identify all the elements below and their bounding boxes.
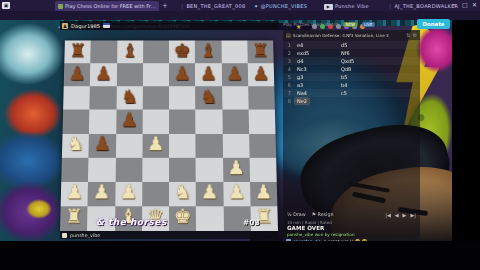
- square-c5[interactable]: ♟: [116, 110, 143, 134]
- square-e6[interactable]: [169, 86, 195, 109]
- square-h2[interactable]: ♟: [250, 182, 278, 207]
- square-c6[interactable]: ♞: [116, 86, 143, 109]
- black-move[interactable]: c5: [339, 90, 383, 96]
- overlay-twitter-handle: ✦ @PUNCHE_VIBES: [254, 2, 307, 10]
- book-icon: ▤: [286, 32, 291, 38]
- white-knight-e2[interactable]: ♞: [174, 182, 192, 201]
- move-list[interactable]: 1e4d52exd5Nf63d4Qxd54Nc3Qd85g3b56a3b47Na…: [283, 40, 420, 106]
- white-move[interactable]: Na4: [295, 90, 339, 96]
- square-d4[interactable]: ♟: [142, 134, 169, 158]
- white-move[interactable]: Nc3: [295, 66, 339, 72]
- square-b8[interactable]: [90, 40, 116, 63]
- move-number: 5: [283, 74, 295, 80]
- youtube-play-icon: ▶: [324, 4, 333, 10]
- opponent-name: Dagur1985: [71, 23, 100, 29]
- white-rook-a1[interactable]: ♜: [65, 207, 83, 227]
- twitter-bird-icon: ✦: [254, 3, 259, 9]
- square-g8[interactable]: [221, 40, 247, 63]
- white-pawn-g2[interactable]: ♟: [227, 182, 245, 201]
- square-d8[interactable]: [143, 40, 169, 63]
- black-move[interactable]: Qd8: [339, 66, 383, 72]
- resign-button[interactable]: ⚑ Resign: [312, 212, 334, 217]
- square-b5[interactable]: [89, 110, 116, 134]
- move-number: 8: [283, 98, 295, 104]
- square-a7[interactable]: ♟: [64, 63, 91, 86]
- square-b3[interactable]: [88, 157, 115, 181]
- white-pawn-f2[interactable]: ♟: [201, 182, 219, 201]
- square-c2[interactable]: ♟: [115, 182, 142, 207]
- white-pawn-a2[interactable]: ♟: [65, 182, 83, 201]
- black-pawn-b7[interactable]: ♟: [95, 64, 113, 82]
- white-move[interactable]: g3: [295, 74, 339, 80]
- move-number: 2: [283, 50, 295, 56]
- move-number: 4: [283, 66, 295, 72]
- square-c4[interactable]: [115, 134, 142, 158]
- square-f4[interactable]: [196, 134, 223, 158]
- square-b6[interactable]: [90, 86, 117, 109]
- playback-button[interactable]: ▶: [403, 212, 407, 218]
- browser-tab[interactable]: Play Chess Online for FREE with Frie...: [55, 1, 159, 11]
- opponent-avatar: ♟: [62, 23, 68, 29]
- white-pawn-h2[interactable]: ♟: [254, 182, 272, 201]
- square-f8[interactable]: ♝: [195, 40, 221, 63]
- chesscom-favicon: [58, 4, 63, 9]
- move-number: 3: [283, 58, 295, 64]
- square-g2[interactable]: ♟: [223, 182, 250, 207]
- black-pawn-f7[interactable]: ♟: [200, 64, 217, 82]
- black-move[interactable]: Nf6: [339, 50, 383, 56]
- square-a5[interactable]: [63, 110, 90, 134]
- black-king-e8[interactable]: ♚: [173, 41, 190, 59]
- move-row-6[interactable]: 6a3b4: [283, 81, 420, 89]
- own-player-bar: punshe_vibe: [60, 231, 278, 239]
- white-pawn-b2[interactable]: ♟: [92, 182, 110, 201]
- playback-button[interactable]: ▶|: [410, 212, 416, 218]
- square-d2[interactable]: [142, 182, 169, 207]
- move-row-5[interactable]: 5g3b5: [283, 73, 420, 81]
- playback-controls[interactable]: |◀◀▶▶|: [385, 212, 416, 218]
- browser-address-bar: ← → ↻ ● www.chess.com/game/live/41023987…: [0, 11, 480, 20]
- black-rook-h8[interactable]: ♜: [252, 41, 270, 59]
- square-h6[interactable]: [248, 86, 275, 109]
- square-h8[interactable]: ♜: [247, 40, 274, 63]
- white-pawn-c2[interactable]: ♟: [120, 182, 138, 201]
- move-row-7[interactable]: 7Na4c5: [283, 89, 420, 97]
- gear-icon[interactable]: ⚙: [413, 32, 417, 38]
- game-over-label: GAME OVER: [287, 225, 324, 231]
- square-c8[interactable]: ♝: [117, 40, 143, 63]
- new-badge: NEW: [343, 22, 356, 27]
- square-g4[interactable]: [222, 134, 249, 158]
- square-h7[interactable]: ♟: [248, 63, 275, 86]
- black-bishop-f8[interactable]: ♝: [199, 41, 216, 59]
- flip-board-icon[interactable]: ⇅: [406, 32, 410, 38]
- square-d7[interactable]: [143, 63, 169, 86]
- overlay-streamer-left: ❘ BEN_THE_GREAT_008: [180, 2, 245, 10]
- square-a4[interactable]: ♞: [62, 134, 89, 158]
- square-d6[interactable]: [143, 86, 169, 109]
- screen-black-strip: [452, 19, 480, 241]
- live-badge: LIVE: [362, 22, 375, 27]
- playback-button[interactable]: |◀: [385, 212, 391, 218]
- square-e2[interactable]: ♞: [169, 182, 196, 207]
- square-g5[interactable]: [222, 110, 249, 134]
- white-move[interactable]: Ne2: [295, 98, 339, 104]
- black-knight-f6[interactable]: ♞: [200, 87, 218, 106]
- own-avatar: [62, 233, 67, 238]
- square-d3[interactable]: [142, 157, 169, 181]
- obs-source-icon: ▣: [2, 2, 10, 9]
- square-f1[interactable]: [196, 206, 223, 231]
- taskbar: [0, 241, 480, 270]
- opening-header: ▤ Scandinavian Defense: 4.Nf3 Variation,…: [283, 30, 420, 40]
- square-h5[interactable]: [248, 110, 275, 134]
- square-e5[interactable]: [169, 110, 196, 134]
- move-row-2[interactable]: 2exd5Nf6: [283, 49, 420, 57]
- square-a3[interactable]: [61, 157, 88, 181]
- white-move[interactable]: d4: [295, 58, 339, 64]
- black-bishop-c8[interactable]: ♝: [121, 41, 138, 59]
- minimize-button[interactable]: ─: [452, 1, 456, 9]
- tab-title: Play Chess Online for FREE with Frie...: [65, 1, 156, 11]
- black-pawn-h7[interactable]: ♟: [252, 64, 270, 82]
- move-row-1[interactable]: 1e4d5: [283, 41, 420, 49]
- close-button[interactable]: ✕: [472, 1, 477, 9]
- white-pawn-g3[interactable]: ♟: [227, 158, 245, 177]
- move-row-8[interactable]: 8Ne2: [283, 97, 420, 105]
- move-number: 1: [283, 42, 295, 48]
- square-b7[interactable]: ♟: [90, 63, 117, 86]
- opponent-flag-icon: [103, 23, 110, 28]
- opponent-player-bar: ♟ Dagur1985: [60, 21, 278, 30]
- browser-tab-strip: ▣ Play Chess Online for FREE with Frie..…: [0, 0, 480, 11]
- black-knight-c6[interactable]: ♞: [121, 87, 139, 106]
- black-pawn-c5[interactable]: ♟: [120, 110, 138, 129]
- square-f7[interactable]: ♟: [195, 63, 221, 86]
- maximize-button[interactable]: □: [462, 1, 468, 9]
- square-g3[interactable]: ♟: [223, 157, 250, 181]
- square-h3[interactable]: [249, 157, 276, 181]
- black-rook-a8[interactable]: ♜: [69, 41, 87, 59]
- game-sidebar: ▤ Scandinavian Defense: 4.Nf3 Variation,…: [283, 30, 420, 243]
- square-f6[interactable]: ♞: [195, 86, 222, 109]
- new-tab-button[interactable]: +: [162, 2, 168, 10]
- square-g7[interactable]: ♟: [221, 63, 248, 86]
- black-move[interactable]: Qxd5: [339, 58, 383, 64]
- square-e7[interactable]: ♟: [169, 63, 195, 86]
- stream-caption: & the horses: [96, 217, 167, 227]
- move-row-3[interactable]: 3d4Qxd5: [283, 57, 420, 65]
- graffiti-white-splash: [0, 23, 64, 85]
- black-pawn-g7[interactable]: ♟: [226, 64, 244, 82]
- square-f2[interactable]: ♟: [196, 182, 223, 207]
- nav-items[interactable]: Play Puzzles Learn Watch: [283, 21, 338, 28]
- white-move[interactable]: e4: [295, 42, 339, 48]
- black-move[interactable]: [339, 98, 383, 104]
- graffiti-yellow-spot: [26, 199, 52, 219]
- square-d5[interactable]: [142, 110, 169, 134]
- graffiti-pink-shape: [416, 25, 452, 73]
- playback-button[interactable]: ◀: [395, 212, 399, 218]
- square-f5[interactable]: [195, 110, 222, 134]
- white-pawn-d4[interactable]: ♟: [147, 134, 165, 153]
- game-controls: ½ Draw ⚑ Resign |◀◀▶▶|: [283, 210, 420, 219]
- square-a2[interactable]: ♟: [61, 182, 89, 207]
- move-number: 6: [283, 82, 295, 88]
- move-number: 7: [283, 90, 295, 96]
- own-name: punshe_vibe: [70, 233, 100, 238]
- donate-button[interactable]: Donate: [417, 19, 450, 29]
- black-pawn-a7[interactable]: ♟: [68, 64, 86, 82]
- black-pawn-e7[interactable]: ♟: [173, 64, 190, 82]
- square-a8[interactable]: ♜: [64, 40, 91, 63]
- black-move[interactable]: d5: [339, 42, 383, 48]
- overlay-youtube-name: ▶ Punshe Vibe: [324, 2, 369, 10]
- square-c3[interactable]: [115, 157, 142, 181]
- black-move[interactable]: b4: [339, 82, 383, 88]
- square-b2[interactable]: ♟: [88, 182, 115, 207]
- square-a6[interactable]: [63, 86, 90, 109]
- square-e8[interactable]: ♚: [169, 40, 195, 63]
- white-move[interactable]: exd5: [295, 50, 339, 56]
- move-row-4[interactable]: 4Nc3Qd8: [283, 65, 420, 73]
- square-c7[interactable]: [116, 63, 142, 86]
- black-pawn-b4[interactable]: ♟: [93, 134, 111, 153]
- black-move[interactable]: b5: [339, 74, 383, 80]
- square-h4[interactable]: [249, 134, 276, 158]
- square-e3[interactable]: [169, 157, 196, 181]
- square-f3[interactable]: [196, 157, 223, 181]
- square-a1[interactable]: ♜: [60, 206, 88, 231]
- white-move[interactable]: a3: [295, 82, 339, 88]
- overlay-streamer-right: ❘ AJ_THE_BOARDWALKER: [388, 2, 458, 10]
- draw-button[interactable]: ½ Draw: [287, 212, 306, 217]
- screenshot-stage: ▣ Play Chess Online for FREE with Frie..…: [0, 0, 480, 270]
- square-g6[interactable]: [222, 86, 249, 109]
- square-e1[interactable]: ♚: [169, 206, 196, 231]
- opening-name: Scandinavian Defense: 4.Nf3 Variation, L…: [293, 33, 405, 38]
- episode-number: #03: [243, 218, 260, 227]
- white-king-e1[interactable]: ♚: [174, 207, 192, 227]
- chess-board[interactable]: ♜♝♚♝♜♟♟♟♟♟♟♞♞♟♞♟♟♟♟♟♟♞♟♟♟♜♝♛♚♜: [60, 40, 278, 231]
- white-knight-a4[interactable]: ♞: [67, 134, 85, 153]
- square-e4[interactable]: [169, 134, 196, 158]
- square-b4[interactable]: ♟: [89, 134, 116, 158]
